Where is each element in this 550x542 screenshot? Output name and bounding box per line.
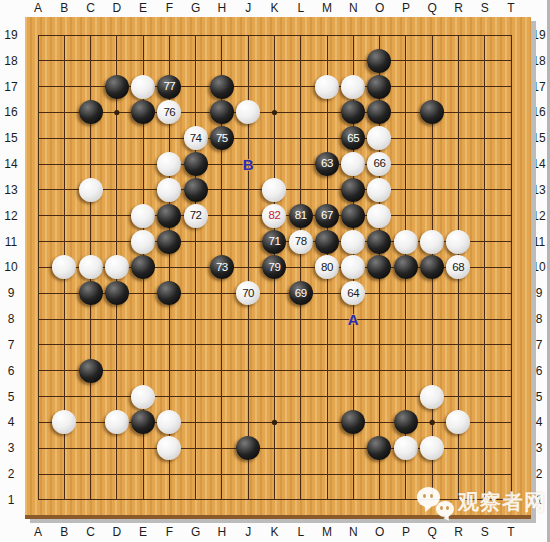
stone-black-H16 (210, 100, 234, 124)
move-number: 66 (374, 158, 386, 170)
stone-white-M10-move-80: 80 (315, 255, 339, 279)
stone-white-F3 (157, 436, 181, 460)
move-number: 75 (216, 133, 228, 145)
stone-black-O10 (367, 255, 391, 279)
col-label-bottom-O: O (375, 525, 384, 539)
row-label-right-6: 6 (536, 364, 543, 378)
move-number: 76 (163, 107, 175, 119)
col-label-top-Q: Q (428, 1, 437, 15)
stone-white-O14-move-66: 66 (367, 152, 391, 176)
col-label-top-O: O (375, 1, 384, 15)
stone-black-K10-move-79: 79 (262, 255, 286, 279)
stone-black-Q16 (420, 100, 444, 124)
stone-white-G12-move-72: 72 (184, 204, 208, 228)
stone-white-B4 (52, 410, 76, 434)
row-label-right-7: 7 (536, 338, 543, 352)
row-label-right-3: 3 (536, 441, 543, 455)
col-label-bottom-E: E (139, 525, 147, 539)
col-label-top-J: J (245, 1, 251, 15)
move-number: 73 (216, 262, 228, 274)
col-label-bottom-M: M (322, 525, 332, 539)
stone-white-K12-move-82: 82 (262, 204, 286, 228)
move-number: 80 (321, 262, 333, 274)
stone-white-D4 (105, 410, 129, 434)
row-label-left-12: 12 (4, 209, 17, 223)
col-label-bottom-K: K (271, 525, 279, 539)
col-label-top-K: K (271, 1, 279, 15)
row-label-left-8: 8 (8, 312, 15, 326)
stone-white-P11 (394, 230, 418, 254)
wechat-icon (417, 484, 455, 520)
row-label-right-9: 9 (536, 286, 543, 300)
row-label-right-2: 2 (536, 467, 543, 481)
col-label-top-N: N (349, 1, 358, 15)
col-label-bottom-N: N (349, 525, 358, 539)
stone-black-M14-move-63: 63 (315, 152, 339, 176)
stone-white-K13 (262, 178, 286, 202)
stone-black-N13 (341, 178, 365, 202)
stone-black-Q10 (420, 255, 444, 279)
move-number: 72 (190, 210, 202, 222)
col-label-bottom-T: T (507, 525, 514, 539)
col-label-top-P: P (402, 1, 410, 15)
row-label-right-18: 18 (532, 54, 545, 68)
stone-black-C6 (79, 359, 103, 383)
stone-black-O18 (367, 49, 391, 73)
move-number: 63 (321, 158, 333, 170)
stone-white-R11 (446, 230, 470, 254)
row-label-left-2: 2 (8, 467, 15, 481)
col-label-bottom-Q: Q (428, 525, 437, 539)
stone-black-C16 (79, 100, 103, 124)
row-label-left-15: 15 (4, 131, 17, 145)
stone-black-G14 (184, 152, 208, 176)
stone-white-Q11 (420, 230, 444, 254)
stone-white-R10-move-68: 68 (446, 255, 470, 279)
col-label-bottom-A: A (34, 525, 42, 539)
stone-black-P4 (394, 410, 418, 434)
move-number: 70 (242, 288, 254, 300)
stone-white-L11-move-78: 78 (289, 230, 313, 254)
stone-white-D10 (105, 255, 129, 279)
stone-white-G15-move-74: 74 (184, 126, 208, 150)
stone-black-L12-move-81: 81 (289, 204, 313, 228)
col-label-bottom-S: S (481, 525, 489, 539)
stone-white-N11 (341, 230, 365, 254)
stone-white-N17 (341, 75, 365, 99)
stone-black-H15-move-75: 75 (210, 126, 234, 150)
stone-black-J3 (236, 436, 260, 460)
stone-white-O15 (367, 126, 391, 150)
row-label-left-3: 3 (8, 441, 15, 455)
stone-black-O11 (367, 230, 391, 254)
stone-white-B10 (52, 255, 76, 279)
col-label-top-R: R (454, 1, 463, 15)
stone-black-F11 (157, 230, 181, 254)
stone-black-N16 (341, 100, 365, 124)
move-number: 82 (268, 210, 280, 222)
stone-white-F14 (157, 152, 181, 176)
stone-black-N15-move-65: 65 (341, 126, 365, 150)
stone-black-G13 (184, 178, 208, 202)
stone-white-O13 (367, 178, 391, 202)
row-label-left-17: 17 (4, 80, 17, 94)
col-label-bottom-C: C (86, 525, 95, 539)
stone-white-M17 (315, 75, 339, 99)
stone-black-H17 (210, 75, 234, 99)
stone-black-N4 (341, 410, 365, 434)
stone-white-O12 (367, 204, 391, 228)
stone-black-E10 (131, 255, 155, 279)
stone-white-F16-move-76: 76 (157, 100, 181, 124)
stone-black-E16 (131, 100, 155, 124)
stone-white-E11 (131, 230, 155, 254)
col-label-top-D: D (112, 1, 121, 15)
move-number: 77 (163, 81, 175, 93)
col-label-top-L: L (297, 1, 304, 15)
stone-white-P3 (394, 436, 418, 460)
row-label-right-13: 13 (532, 183, 545, 197)
row-label-right-12: 12 (532, 209, 545, 223)
row-label-left-19: 19 (4, 28, 17, 42)
stone-black-C9 (79, 281, 103, 305)
col-label-top-A: A (34, 1, 42, 15)
stone-black-O17 (367, 75, 391, 99)
stone-black-M11 (315, 230, 339, 254)
col-label-top-B: B (60, 1, 68, 15)
stone-black-F17-move-77: 77 (157, 75, 181, 99)
watermark-text: 观察者网 (458, 488, 546, 516)
stone-white-F4 (157, 410, 181, 434)
col-label-top-T: T (507, 1, 514, 15)
stone-black-P10 (394, 255, 418, 279)
col-label-bottom-G: G (191, 525, 200, 539)
col-label-top-F: F (166, 1, 173, 15)
stone-white-E12 (131, 204, 155, 228)
col-label-top-G: G (191, 1, 200, 15)
col-label-bottom-P: P (402, 525, 410, 539)
move-number: 78 (295, 236, 307, 248)
row-label-right-10: 10 (532, 260, 545, 274)
row-label-right-14: 14 (532, 157, 545, 171)
stone-black-F9 (157, 281, 181, 305)
stone-white-N9-move-64: 64 (341, 281, 365, 305)
stone-white-Q5 (420, 385, 444, 409)
stone-black-O3 (367, 436, 391, 460)
col-label-top-H: H (218, 1, 227, 15)
move-number: 71 (268, 236, 280, 248)
stone-black-L9-move-69: 69 (289, 281, 313, 305)
stone-white-E5 (131, 385, 155, 409)
row-label-left-11: 11 (5, 235, 17, 249)
stone-white-F13 (157, 178, 181, 202)
stone-grid: 7776747565636672828167717873798068706964… (25, 22, 524, 513)
row-label-right-11: 11 (533, 235, 545, 249)
row-label-right-19: 19 (532, 28, 545, 42)
row-label-left-10: 10 (4, 260, 17, 274)
stone-white-N10 (341, 255, 365, 279)
row-label-right-16: 16 (532, 105, 545, 119)
col-label-bottom-L: L (297, 525, 304, 539)
move-number: 79 (268, 262, 280, 274)
col-label-top-C: C (86, 1, 95, 15)
row-label-left-9: 9 (8, 286, 15, 300)
move-number: 74 (190, 133, 202, 145)
stone-black-O16 (367, 100, 391, 124)
col-label-top-E: E (139, 1, 147, 15)
row-label-right-5: 5 (536, 390, 543, 404)
col-label-bottom-R: R (454, 525, 463, 539)
stone-white-Q3 (420, 436, 444, 460)
col-label-bottom-J: J (245, 525, 251, 539)
stone-white-C10 (79, 255, 103, 279)
row-label-left-7: 7 (8, 338, 15, 352)
move-number: 81 (295, 210, 307, 222)
col-label-bottom-D: D (112, 525, 121, 539)
row-label-left-1: 1 (8, 493, 15, 507)
stone-white-N14 (341, 152, 365, 176)
stone-black-E4 (131, 410, 155, 434)
col-label-top-S: S (481, 1, 489, 15)
row-label-right-4: 4 (536, 415, 543, 429)
watermark: 观察者网 (417, 484, 546, 520)
stone-black-D17 (105, 75, 129, 99)
stone-white-J16 (236, 100, 260, 124)
annotation-B-J14: B (243, 156, 254, 173)
row-label-right-17: 17 (532, 80, 545, 94)
stone-white-J9-move-70: 70 (236, 281, 260, 305)
row-label-right-15: 15 (532, 131, 545, 145)
row-label-left-16: 16 (4, 105, 17, 119)
go-board: 7776747565636672828167717873798068706964… (25, 17, 531, 519)
col-label-bottom-B: B (60, 525, 68, 539)
stone-black-N12 (341, 204, 365, 228)
move-number: 69 (295, 288, 307, 300)
row-label-left-5: 5 (8, 390, 15, 404)
stone-black-K11-move-71: 71 (262, 230, 286, 254)
col-label-bottom-H: H (218, 525, 227, 539)
row-label-left-13: 13 (4, 183, 17, 197)
row-label-left-18: 18 (4, 54, 17, 68)
row-label-left-6: 6 (8, 364, 15, 378)
move-number: 64 (347, 288, 359, 300)
stone-white-E17 (131, 75, 155, 99)
row-label-right-8: 8 (536, 312, 543, 326)
stone-black-F12 (157, 204, 181, 228)
stone-black-H10-move-73: 73 (210, 255, 234, 279)
stone-white-C13 (79, 178, 103, 202)
stone-black-M12-move-67: 67 (315, 204, 339, 228)
row-label-left-14: 14 (4, 157, 17, 171)
go-diagram: AABBCCDDEEFFGGHHJJKKLLMMNNOOPPQQRRSSTT19… (0, 0, 550, 542)
move-number: 68 (452, 262, 464, 274)
move-number: 65 (347, 133, 359, 145)
col-label-bottom-F: F (166, 525, 173, 539)
row-label-left-4: 4 (8, 415, 15, 429)
col-label-top-M: M (322, 1, 332, 15)
stone-white-R4 (446, 410, 470, 434)
annotation-A-N8: A (348, 311, 359, 328)
stone-black-D9 (105, 281, 129, 305)
move-number: 67 (321, 210, 333, 222)
